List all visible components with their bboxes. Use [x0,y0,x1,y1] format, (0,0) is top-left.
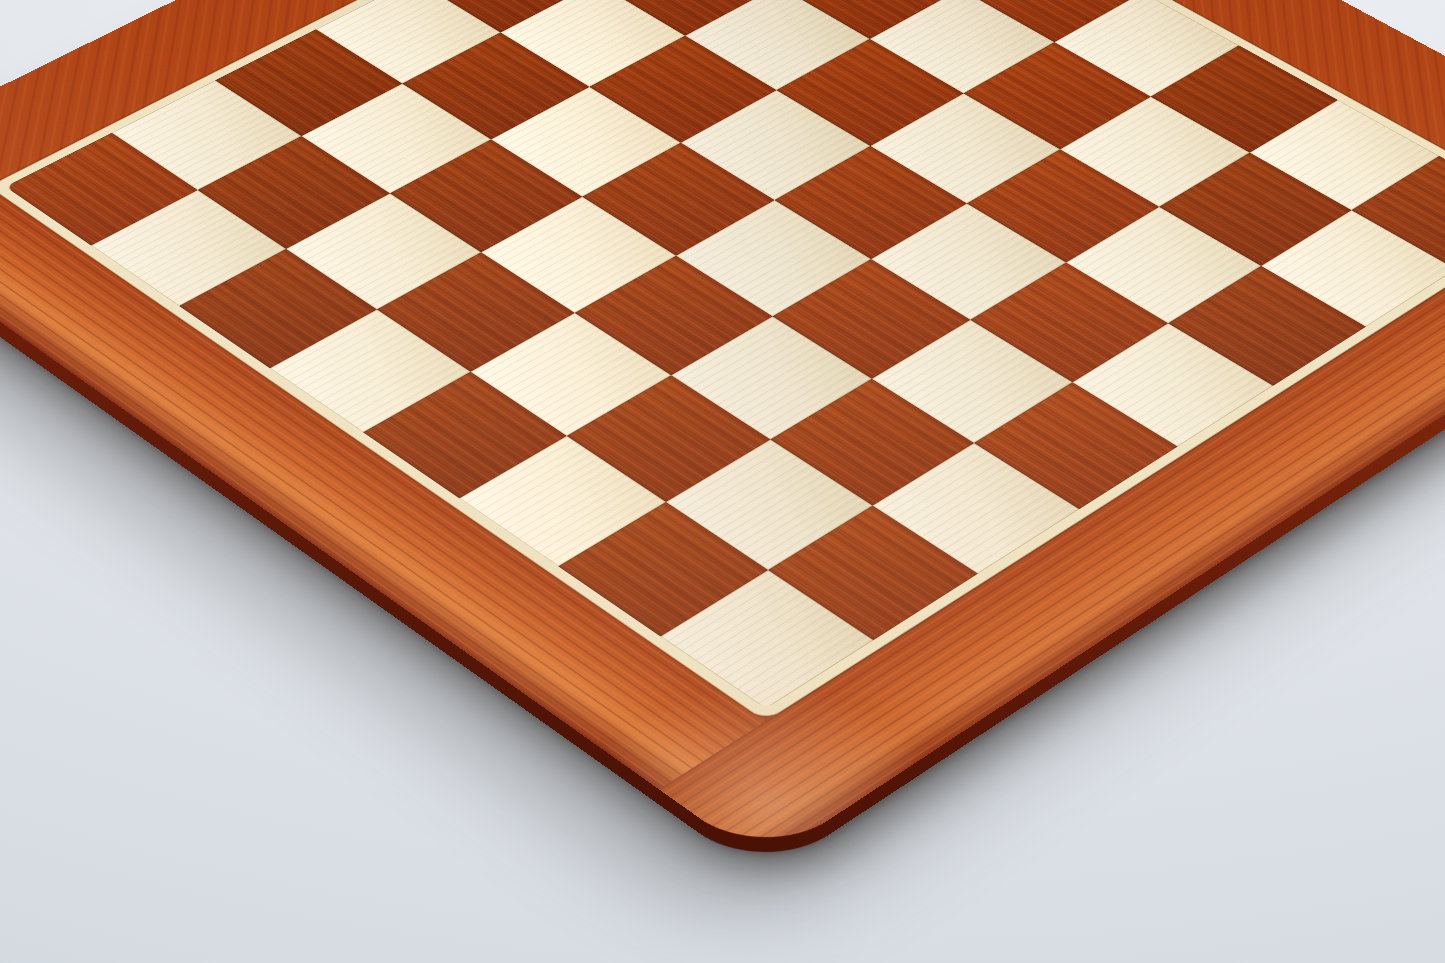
chess-board [0,0,1445,863]
camera-roll-wrapper [0,0,1445,963]
scene [0,0,1445,963]
